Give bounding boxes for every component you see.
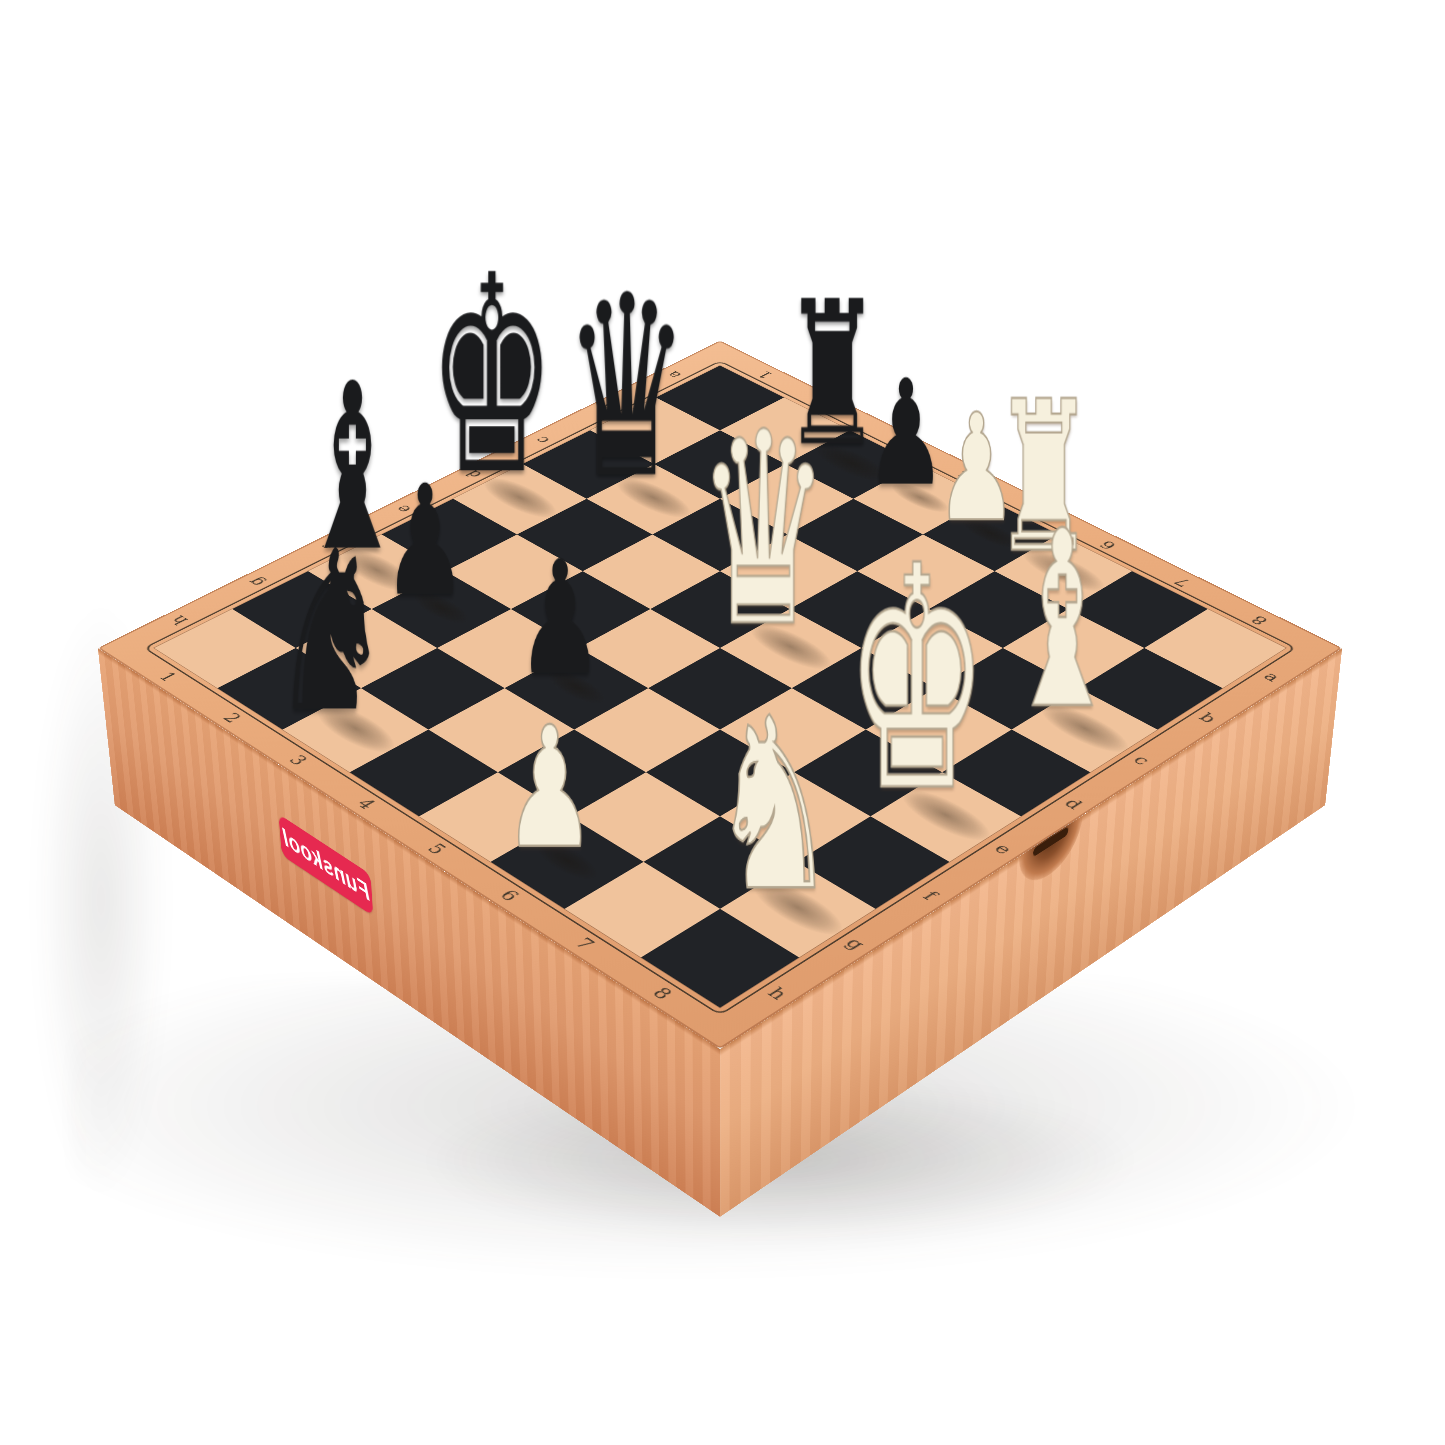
perspective-camera: 11aa22bb33cc44dd55ee66ff77gg88hh ♚♛♜♝♞♟♟… [0,0,1445,1445]
pieces-layer: ♚♛♜♝♞♟♟♟♚♛♜♝♞♟♟ [98,341,1343,1049]
funskool-logo-text: Funskool [282,823,371,907]
wooden-chess-box: 11aa22bb33cc44dd55ee66ff77gg88hh ♚♛♜♝♞♟♟… [98,341,1343,1049]
board-top-face: 11aa22bb33cc44dd55ee66ff77gg88hh ♚♛♜♝♞♟♟… [98,341,1343,1049]
funskool-logo: Funskool [279,814,374,916]
black-pawn-icon: ♟ [439,540,681,697]
white-pawn-icon: ♟ [420,705,678,872]
product-photo-stage: 11aa22bb33cc44dd55ee66ff77gg88hh ♚♛♜♝♞♟♟… [0,0,1445,1445]
black-knight-icon: ♞ [211,521,450,743]
white-knight-icon: ♞ [646,687,901,924]
